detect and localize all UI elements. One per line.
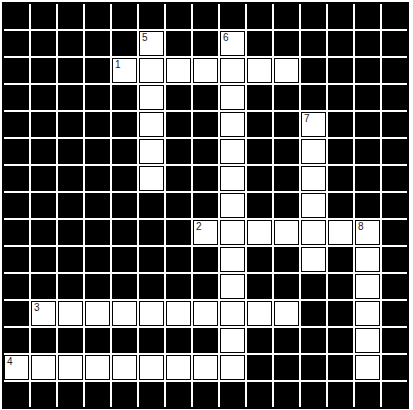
black-cell-r9c7 [193,247,218,272]
black-cell-r7c5 [139,193,164,218]
white-cell-r6c11[interactable] [301,166,326,191]
black-cell-r1c1 [31,31,56,56]
white-cell-r8c10[interactable] [274,220,299,245]
black-cell-r12c6 [166,328,191,353]
black-cell-r8c6 [166,220,191,245]
white-cell-r10c13[interactable] [355,274,380,299]
black-cell-r0c8 [220,4,245,29]
black-cell-r13c9 [247,355,272,380]
white-cell-r2c9[interactable] [247,58,272,83]
black-cell-r0c6 [166,4,191,29]
black-cell-r6c3 [85,166,110,191]
black-cell-r12c12 [328,328,353,353]
crossword-page: 56172834 [0,0,413,410]
black-cell-r2c2 [58,58,83,83]
black-cell-r4c12 [328,112,353,137]
black-cell-r9c1 [31,247,56,272]
white-cell-r11c4[interactable] [112,301,137,326]
black-cell-r10c3 [85,274,110,299]
white-cell-r2c7[interactable] [193,58,218,83]
white-cell-r11c8[interactable] [220,301,245,326]
white-cell-r3c5[interactable] [139,85,164,110]
crossword-board: 56172834 [2,2,409,409]
black-cell-r13c11 [301,355,326,380]
black-cell-r0c3 [85,4,110,29]
black-cell-r10c1 [31,274,56,299]
white-cell-r13c5[interactable] [139,355,164,380]
black-cell-r2c0 [4,58,29,83]
black-cell-r9c12 [328,247,353,272]
black-cell-r1c14 [382,31,407,56]
black-cell-r9c10 [274,247,299,272]
black-cell-r5c1 [31,139,56,164]
black-cell-r4c10 [274,112,299,137]
black-cell-r1c9 [247,31,272,56]
black-cell-r6c12 [328,166,353,191]
black-cell-r14c14 [382,382,407,407]
clue-number-6: 6 [223,32,229,43]
white-cell-r13c8[interactable] [220,355,245,380]
white-cell-r11c2[interactable] [58,301,83,326]
black-cell-r10c6 [166,274,191,299]
black-cell-r4c14 [382,112,407,137]
black-cell-r3c14 [382,85,407,110]
white-cell-r13c0[interactable]: 4 [4,355,29,380]
black-cell-r3c7 [193,85,218,110]
white-cell-r8c9[interactable] [247,220,272,245]
white-cell-r11c10[interactable] [274,301,299,326]
black-cell-r4c9 [247,112,272,137]
black-cell-r4c2 [58,112,83,137]
black-cell-r14c7 [193,382,218,407]
black-cell-r11c12 [328,301,353,326]
black-cell-r3c11 [301,85,326,110]
black-cell-r4c3 [85,112,110,137]
black-cell-r14c13 [355,382,380,407]
white-cell-r4c8[interactable] [220,112,245,137]
black-cell-r1c0 [4,31,29,56]
black-cell-r1c12 [328,31,353,56]
black-cell-r8c4 [112,220,137,245]
white-cell-r12c8[interactable] [220,328,245,353]
white-cell-r2c4[interactable]: 1 [112,58,137,83]
black-cell-r10c7 [193,274,218,299]
black-cell-r4c6 [166,112,191,137]
white-cell-r8c12[interactable] [328,220,353,245]
black-cell-r5c6 [166,139,191,164]
black-cell-r8c3 [85,220,110,245]
black-cell-r7c12 [328,193,353,218]
white-cell-r10c8[interactable] [220,274,245,299]
black-cell-r0c10 [274,4,299,29]
black-cell-r5c9 [247,139,272,164]
black-cell-r7c6 [166,193,191,218]
black-cell-r10c5 [139,274,164,299]
white-cell-r5c5[interactable] [139,139,164,164]
black-cell-r12c3 [85,328,110,353]
black-cell-r9c5 [139,247,164,272]
black-cell-r2c3 [85,58,110,83]
white-cell-r11c13[interactable] [355,301,380,326]
white-cell-r13c4[interactable] [112,355,137,380]
white-cell-r2c8[interactable] [220,58,245,83]
black-cell-r14c6 [166,382,191,407]
black-cell-r0c4 [112,4,137,29]
black-cell-r11c0 [4,301,29,326]
clue-number-3: 3 [34,302,40,313]
black-cell-r9c3 [85,247,110,272]
white-cell-r11c6[interactable] [166,301,191,326]
black-cell-r3c13 [355,85,380,110]
white-cell-r8c11[interactable] [301,220,326,245]
black-cell-r12c7 [193,328,218,353]
black-cell-r8c0 [4,220,29,245]
white-cell-r1c8[interactable]: 6 [220,31,245,56]
black-cell-r0c13 [355,4,380,29]
black-cell-r14c10 [274,382,299,407]
white-cell-r2c6[interactable] [166,58,191,83]
black-cell-r0c2 [58,4,83,29]
black-cell-r0c5 [139,4,164,29]
black-cell-r6c2 [58,166,83,191]
black-cell-r3c2 [58,85,83,110]
black-cell-r13c12 [328,355,353,380]
black-cell-r1c11 [301,31,326,56]
black-cell-r14c4 [112,382,137,407]
black-cell-r3c10 [274,85,299,110]
black-cell-r10c14 [382,274,407,299]
black-cell-r6c4 [112,166,137,191]
clue-number-4: 4 [7,356,13,367]
black-cell-r1c3 [85,31,110,56]
black-cell-r0c11 [301,4,326,29]
black-cell-r3c4 [112,85,137,110]
black-cell-r14c3 [85,382,110,407]
black-cell-r5c3 [85,139,110,164]
black-cell-r6c10 [274,166,299,191]
black-cell-r10c2 [58,274,83,299]
black-cell-r14c1 [31,382,56,407]
white-cell-r5c8[interactable] [220,139,245,164]
black-cell-r3c0 [4,85,29,110]
white-cell-r7c8[interactable] [220,193,245,218]
white-cell-r11c7[interactable] [193,301,218,326]
white-cell-r13c7[interactable] [193,355,218,380]
black-cell-r12c11 [301,328,326,353]
black-cell-r6c13 [355,166,380,191]
black-cell-r8c14 [382,220,407,245]
black-cell-r5c10 [274,139,299,164]
black-cell-r12c14 [382,328,407,353]
crossword-grid: 56172834 [4,4,407,407]
black-cell-r9c14 [382,247,407,272]
white-cell-r12c13[interactable] [355,328,380,353]
white-cell-r11c5[interactable] [139,301,164,326]
black-cell-r6c0 [4,166,29,191]
black-cell-r4c4 [112,112,137,137]
white-cell-r6c5[interactable] [139,166,164,191]
clue-number-2: 2 [196,221,202,232]
black-cell-r5c0 [4,139,29,164]
white-cell-r11c3[interactable] [85,301,110,326]
white-cell-r9c11[interactable] [301,247,326,272]
black-cell-r6c1 [31,166,56,191]
black-cell-r7c3 [85,193,110,218]
black-cell-r7c13 [355,193,380,218]
black-cell-r4c1 [31,112,56,137]
black-cell-r0c9 [247,4,272,29]
white-cell-r13c13[interactable] [355,355,380,380]
black-cell-r3c6 [166,85,191,110]
white-cell-r5c11[interactable] [301,139,326,164]
black-cell-r12c10 [274,328,299,353]
black-cell-r0c12 [328,4,353,29]
black-cell-r2c12 [328,58,353,83]
black-cell-r4c7 [193,112,218,137]
black-cell-r1c2 [58,31,83,56]
black-cell-r7c14 [382,193,407,218]
black-cell-r9c0 [4,247,29,272]
black-cell-r0c0 [4,4,29,29]
black-cell-r7c7 [193,193,218,218]
black-cell-r10c12 [328,274,353,299]
black-cell-r14c9 [247,382,272,407]
black-cell-r6c7 [193,166,218,191]
black-cell-r12c5 [139,328,164,353]
black-cell-r10c4 [112,274,137,299]
white-cell-r11c9[interactable] [247,301,272,326]
black-cell-r5c14 [382,139,407,164]
black-cell-r10c11 [301,274,326,299]
black-cell-r3c1 [31,85,56,110]
black-cell-r12c9 [247,328,272,353]
black-cell-r5c4 [112,139,137,164]
black-cell-r8c5 [139,220,164,245]
black-cell-r7c0 [4,193,29,218]
white-cell-r9c13[interactable] [355,247,380,272]
white-cell-r6c8[interactable] [220,166,245,191]
black-cell-r7c2 [58,193,83,218]
black-cell-r5c13 [355,139,380,164]
black-cell-r2c11 [301,58,326,83]
black-cell-r1c13 [355,31,380,56]
clue-number-5: 5 [142,32,148,43]
white-cell-r2c5[interactable] [139,58,164,83]
black-cell-r10c9 [247,274,272,299]
white-cell-r13c2[interactable] [58,355,83,380]
black-cell-r14c8 [220,382,245,407]
black-cell-r1c7 [193,31,218,56]
black-cell-r2c14 [382,58,407,83]
black-cell-r12c0 [4,328,29,353]
clue-number-1: 1 [115,59,121,70]
white-cell-r4c5[interactable] [139,112,164,137]
white-cell-r1c5[interactable]: 5 [139,31,164,56]
black-cell-r4c0 [4,112,29,137]
black-cell-r14c0 [4,382,29,407]
white-cell-r13c1[interactable] [31,355,56,380]
black-cell-r1c6 [166,31,191,56]
black-cell-r3c3 [85,85,110,110]
black-cell-r10c0 [4,274,29,299]
black-cell-r0c7 [193,4,218,29]
black-cell-r0c14 [382,4,407,29]
black-cell-r3c12 [328,85,353,110]
black-cell-r13c14 [382,355,407,380]
white-cell-r3c8[interactable] [220,85,245,110]
black-cell-r8c1 [31,220,56,245]
black-cell-r12c1 [31,328,56,353]
clue-number-8: 8 [358,221,364,232]
black-cell-r4c13 [355,112,380,137]
white-cell-r13c3[interactable] [85,355,110,380]
black-cell-r9c6 [166,247,191,272]
black-cell-r9c9 [247,247,272,272]
white-cell-r8c8[interactable] [220,220,245,245]
black-cell-r5c2 [58,139,83,164]
white-cell-r2c10[interactable] [274,58,299,83]
white-cell-r13c6[interactable] [166,355,191,380]
white-cell-r4c11[interactable]: 7 [301,112,326,137]
black-cell-r14c12 [328,382,353,407]
white-cell-r8c13[interactable]: 8 [355,220,380,245]
black-cell-r12c2 [58,328,83,353]
black-cell-r14c5 [139,382,164,407]
black-cell-r7c9 [247,193,272,218]
black-cell-r14c2 [58,382,83,407]
black-cell-r7c10 [274,193,299,218]
clue-number-7: 7 [304,113,310,124]
black-cell-r12c4 [112,328,137,353]
black-cell-r2c1 [31,58,56,83]
black-cell-r9c4 [112,247,137,272]
black-cell-r2c13 [355,58,380,83]
white-cell-r7c11[interactable] [301,193,326,218]
black-cell-r1c10 [274,31,299,56]
black-cell-r6c6 [166,166,191,191]
black-cell-r10c10 [274,274,299,299]
black-cell-r5c12 [328,139,353,164]
black-cell-r8c2 [58,220,83,245]
black-cell-r9c2 [58,247,83,272]
white-cell-r9c8[interactable] [220,247,245,272]
black-cell-r13c10 [274,355,299,380]
black-cell-r7c1 [31,193,56,218]
black-cell-r7c4 [112,193,137,218]
black-cell-r5c7 [193,139,218,164]
black-cell-r1c4 [112,31,137,56]
white-cell-r8c7[interactable]: 2 [193,220,218,245]
black-cell-r0c1 [31,4,56,29]
white-cell-r11c1[interactable]: 3 [31,301,56,326]
black-cell-r6c9 [247,166,272,191]
black-cell-r14c11 [301,382,326,407]
black-cell-r11c14 [382,301,407,326]
black-cell-r6c14 [382,166,407,191]
black-cell-r11c11 [301,301,326,326]
black-cell-r3c9 [247,85,272,110]
